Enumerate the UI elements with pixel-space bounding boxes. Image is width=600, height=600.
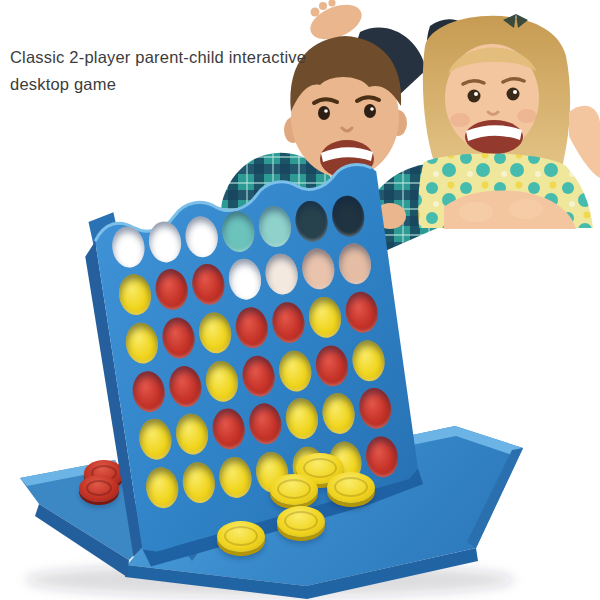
disc-red[interactable] [313, 343, 350, 388]
disc-yellow[interactable] [174, 412, 211, 457]
tray-disc-yellow[interactable] [277, 506, 325, 537]
caption-line2: desktop game [10, 71, 320, 98]
connect4-grid [107, 189, 403, 514]
disc-yellow[interactable] [320, 391, 357, 436]
disc-yellow[interactable] [276, 348, 313, 393]
empty-hole [256, 204, 293, 249]
board-cell-r5c7[interactable] [353, 382, 396, 435]
disc-yellow[interactable] [144, 465, 181, 510]
connect4-frame [75, 138, 436, 562]
empty-hole [183, 214, 220, 259]
disc-yellow[interactable] [306, 295, 343, 340]
board-cell-r2c7[interactable] [333, 238, 376, 291]
empty-hole [263, 252, 300, 297]
board-cell-r3c7[interactable] [340, 286, 383, 339]
disc-red[interactable] [167, 364, 204, 409]
tray-disc-red[interactable] [79, 475, 119, 502]
empty-hole [147, 219, 184, 264]
disc-yellow[interactable] [349, 338, 386, 383]
empty-hole [336, 242, 373, 287]
disc-red[interactable] [233, 305, 270, 350]
disc-yellow[interactable] [283, 397, 320, 442]
disc-red[interactable] [160, 316, 197, 361]
girl-elbow [569, 106, 600, 178]
girl-figure [418, 14, 600, 229]
disc-red[interactable] [190, 262, 227, 307]
empty-hole [220, 209, 257, 254]
disc-yellow[interactable] [137, 417, 174, 462]
disc-yellow[interactable] [180, 460, 217, 505]
disc-red[interactable] [343, 290, 380, 335]
product-photo-scene: Classic 2-player parent-child interactiv… [0, 0, 600, 600]
disc-yellow[interactable] [217, 455, 254, 500]
empty-hole [329, 194, 366, 239]
empty-hole [293, 199, 330, 244]
disc-red[interactable] [363, 435, 400, 480]
disc-red[interactable] [130, 369, 167, 414]
board-cell-r1c7[interactable] [326, 189, 369, 242]
empty-hole [299, 247, 336, 292]
tray-disc-yellow[interactable] [217, 521, 265, 552]
disc-yellow[interactable] [197, 310, 234, 355]
caption-line1: Classic 2-player parent-child interactiv… [10, 44, 320, 71]
empty-hole [226, 257, 263, 302]
disc-red[interactable] [240, 354, 277, 399]
caption: Classic 2-player parent-child interactiv… [10, 44, 320, 97]
disc-red[interactable] [153, 267, 190, 312]
disc-yellow[interactable] [117, 273, 154, 318]
tray-disc-yellow[interactable] [327, 472, 375, 503]
disc-red[interactable] [356, 386, 393, 431]
disc-yellow[interactable] [203, 359, 240, 404]
disc-red[interactable] [247, 402, 284, 447]
disc-red[interactable] [210, 407, 247, 452]
empty-hole [110, 224, 147, 269]
disc-yellow[interactable] [124, 321, 161, 366]
disc-red[interactable] [270, 300, 307, 345]
tray-disc-yellow[interactable] [270, 474, 318, 505]
board-cell-r4c7[interactable] [346, 334, 389, 387]
